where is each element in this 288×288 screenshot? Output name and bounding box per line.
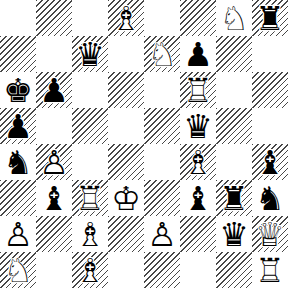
square-g8[interactable]: ♞♘ <box>216 0 252 36</box>
piece-glyph: ♖ <box>180 72 216 108</box>
piece-glyph: ♝ <box>180 180 216 216</box>
square-g3[interactable]: ♜♜ <box>216 180 252 216</box>
piece-glyph: ♟ <box>36 72 72 108</box>
square-h8[interactable]: ♜♜ <box>252 0 288 36</box>
piece-glyph: ♗ <box>72 252 108 288</box>
white-bishop-d8[interactable]: ♝♗ <box>108 0 144 36</box>
piece-halo: ♝ <box>36 180 72 216</box>
white-pawn-b4[interactable]: ♟♙ <box>36 144 72 180</box>
piece-glyph: ♙ <box>144 216 180 252</box>
piece-glyph: ♞ <box>252 180 288 216</box>
square-c8[interactable] <box>72 0 108 36</box>
square-d8[interactable]: ♝♗ <box>108 0 144 36</box>
square-a1[interactable]: ♞♘ <box>0 252 36 288</box>
white-knight-g8[interactable]: ♞♘ <box>216 0 252 36</box>
piece-halo: ♟ <box>36 144 72 180</box>
piece-glyph: ♘ <box>144 36 180 72</box>
piece-glyph: ♔ <box>108 180 144 216</box>
white-queen-h2[interactable]: ♛♕ <box>252 216 288 252</box>
black-rook-h8[interactable]: ♜♜ <box>252 0 288 36</box>
black-bishop-f3[interactable]: ♝♝ <box>180 180 216 216</box>
square-f5[interactable]: ♛♛ <box>180 108 216 144</box>
square-a6[interactable]: ♚♚ <box>0 72 36 108</box>
square-f7[interactable]: ♟♟ <box>180 36 216 72</box>
black-queen-c7[interactable]: ♛♛ <box>72 36 108 72</box>
black-rook-g3[interactable]: ♜♜ <box>216 180 252 216</box>
square-f2[interactable] <box>180 216 216 252</box>
square-e1[interactable] <box>144 252 180 288</box>
piece-halo: ♞ <box>144 36 180 72</box>
square-e4[interactable] <box>144 144 180 180</box>
square-d4[interactable] <box>108 144 144 180</box>
black-knight-h3[interactable]: ♞♞ <box>252 180 288 216</box>
square-h3[interactable]: ♞♞ <box>252 180 288 216</box>
square-d7[interactable] <box>108 36 144 72</box>
piece-halo: ♜ <box>252 0 288 36</box>
square-h4[interactable]: ♝♝ <box>252 144 288 180</box>
square-c6[interactable] <box>72 72 108 108</box>
chessboard: ♝♗♞♘♜♜♛♛♞♘♟♟♚♚♟♟♜♖♟♟♛♛♞♞♟♙♝♗♝♝♝♝♜♖♚♔♝♝♜♜… <box>0 0 288 288</box>
square-g2[interactable]: ♛♛ <box>216 216 252 252</box>
square-h6[interactable] <box>252 72 288 108</box>
piece-halo: ♛ <box>180 108 216 144</box>
piece-glyph: ♙ <box>36 144 72 180</box>
black-pawn-b6[interactable]: ♟♟ <box>36 72 72 108</box>
square-b6[interactable]: ♟♟ <box>36 72 72 108</box>
square-c7[interactable]: ♛♛ <box>72 36 108 72</box>
square-e5[interactable] <box>144 108 180 144</box>
piece-glyph: ♘ <box>0 252 36 288</box>
square-a8[interactable] <box>0 0 36 36</box>
square-h1[interactable]: ♜♖ <box>252 252 288 288</box>
piece-halo: ♞ <box>0 252 36 288</box>
piece-halo: ♜ <box>252 252 288 288</box>
white-bishop-f4[interactable]: ♝♗ <box>180 144 216 180</box>
black-bishop-h4[interactable]: ♝♝ <box>252 144 288 180</box>
square-b7[interactable] <box>36 36 72 72</box>
piece-halo: ♟ <box>0 108 36 144</box>
square-g7[interactable] <box>216 36 252 72</box>
piece-halo: ♝ <box>72 252 108 288</box>
white-pawn-a2[interactable]: ♟♙ <box>0 216 36 252</box>
piece-halo: ♞ <box>252 180 288 216</box>
piece-halo: ♛ <box>252 216 288 252</box>
piece-glyph: ♜ <box>216 180 252 216</box>
piece-halo: ♚ <box>0 72 36 108</box>
square-d5[interactable] <box>108 108 144 144</box>
piece-halo: ♜ <box>180 72 216 108</box>
piece-glyph: ♝ <box>252 144 288 180</box>
piece-halo: ♝ <box>72 216 108 252</box>
square-b4[interactable]: ♟♙ <box>36 144 72 180</box>
piece-glyph: ♟ <box>180 36 216 72</box>
square-e6[interactable] <box>144 72 180 108</box>
piece-glyph: ♚ <box>0 72 36 108</box>
piece-halo: ♛ <box>216 216 252 252</box>
square-e2[interactable]: ♟♙ <box>144 216 180 252</box>
piece-halo: ♝ <box>252 144 288 180</box>
square-c2[interactable]: ♝♗ <box>72 216 108 252</box>
square-f1[interactable] <box>180 252 216 288</box>
piece-halo: ♝ <box>108 0 144 36</box>
black-pawn-f7[interactable]: ♟♟ <box>180 36 216 72</box>
square-d2[interactable] <box>108 216 144 252</box>
black-queen-f5[interactable]: ♛♛ <box>180 108 216 144</box>
square-h5[interactable] <box>252 108 288 144</box>
piece-halo: ♝ <box>180 144 216 180</box>
piece-halo: ♟ <box>36 72 72 108</box>
square-g5[interactable] <box>216 108 252 144</box>
piece-halo: ♜ <box>216 180 252 216</box>
square-h7[interactable] <box>252 36 288 72</box>
square-e7[interactable]: ♞♘ <box>144 36 180 72</box>
square-a5[interactable]: ♟♟ <box>0 108 36 144</box>
piece-glyph: ♖ <box>72 180 108 216</box>
square-b8[interactable] <box>36 0 72 36</box>
square-d6[interactable] <box>108 72 144 108</box>
piece-glyph: ♜ <box>252 0 288 36</box>
square-d3[interactable]: ♚♔ <box>108 180 144 216</box>
square-g6[interactable] <box>216 72 252 108</box>
piece-halo: ♛ <box>72 36 108 72</box>
white-rook-f6[interactable]: ♜♖ <box>180 72 216 108</box>
black-king-a6[interactable]: ♚♚ <box>0 72 36 108</box>
white-pawn-e2[interactable]: ♟♙ <box>144 216 180 252</box>
white-knight-e7[interactable]: ♞♘ <box>144 36 180 72</box>
piece-halo: ♝ <box>180 180 216 216</box>
square-c3[interactable]: ♜♖ <box>72 180 108 216</box>
piece-halo: ♚ <box>108 180 144 216</box>
square-g1[interactable] <box>216 252 252 288</box>
piece-halo: ♟ <box>0 216 36 252</box>
piece-glyph: ♙ <box>0 216 36 252</box>
piece-glyph: ♗ <box>72 216 108 252</box>
square-a3[interactable] <box>0 180 36 216</box>
piece-glyph: ♗ <box>108 0 144 36</box>
piece-halo: ♞ <box>216 0 252 36</box>
square-h2[interactable]: ♛♕ <box>252 216 288 252</box>
white-rook-h1[interactable]: ♜♖ <box>252 252 288 288</box>
square-b1[interactable] <box>36 252 72 288</box>
black-queen-g2[interactable]: ♛♛ <box>216 216 252 252</box>
square-c1[interactable]: ♝♗ <box>72 252 108 288</box>
piece-halo: ♜ <box>72 180 108 216</box>
square-b5[interactable] <box>36 108 72 144</box>
square-d1[interactable] <box>108 252 144 288</box>
white-knight-a1[interactable]: ♞♘ <box>0 252 36 288</box>
square-f4[interactable]: ♝♗ <box>180 144 216 180</box>
black-pawn-a5[interactable]: ♟♟ <box>0 108 36 144</box>
white-rook-c3[interactable]: ♜♖ <box>72 180 108 216</box>
white-bishop-c2[interactable]: ♝♗ <box>72 216 108 252</box>
square-c5[interactable] <box>72 108 108 144</box>
square-a7[interactable] <box>0 36 36 72</box>
square-a2[interactable]: ♟♙ <box>0 216 36 252</box>
piece-glyph: ♛ <box>216 216 252 252</box>
piece-glyph: ♘ <box>216 0 252 36</box>
square-e3[interactable] <box>144 180 180 216</box>
square-f6[interactable]: ♜♖ <box>180 72 216 108</box>
piece-glyph: ♗ <box>180 144 216 180</box>
piece-glyph: ♛ <box>180 108 216 144</box>
piece-glyph: ♝ <box>36 180 72 216</box>
piece-glyph: ♕ <box>252 216 288 252</box>
square-f3[interactable]: ♝♝ <box>180 180 216 216</box>
black-knight-a4[interactable]: ♞♞ <box>0 144 36 180</box>
square-a4[interactable]: ♞♞ <box>0 144 36 180</box>
piece-halo: ♟ <box>180 36 216 72</box>
piece-glyph: ♞ <box>0 144 36 180</box>
piece-glyph: ♛ <box>72 36 108 72</box>
piece-halo: ♟ <box>144 216 180 252</box>
piece-glyph: ♖ <box>252 252 288 288</box>
square-b3[interactable]: ♝♝ <box>36 180 72 216</box>
square-c4[interactable] <box>72 144 108 180</box>
piece-halo: ♞ <box>0 144 36 180</box>
black-bishop-b3[interactable]: ♝♝ <box>36 180 72 216</box>
white-king-d3[interactable]: ♚♔ <box>108 180 144 216</box>
square-g4[interactable] <box>216 144 252 180</box>
square-e8[interactable] <box>144 0 180 36</box>
white-bishop-c1[interactable]: ♝♗ <box>72 252 108 288</box>
square-b2[interactable] <box>36 216 72 252</box>
square-f8[interactable] <box>180 0 216 36</box>
piece-glyph: ♟ <box>0 108 36 144</box>
